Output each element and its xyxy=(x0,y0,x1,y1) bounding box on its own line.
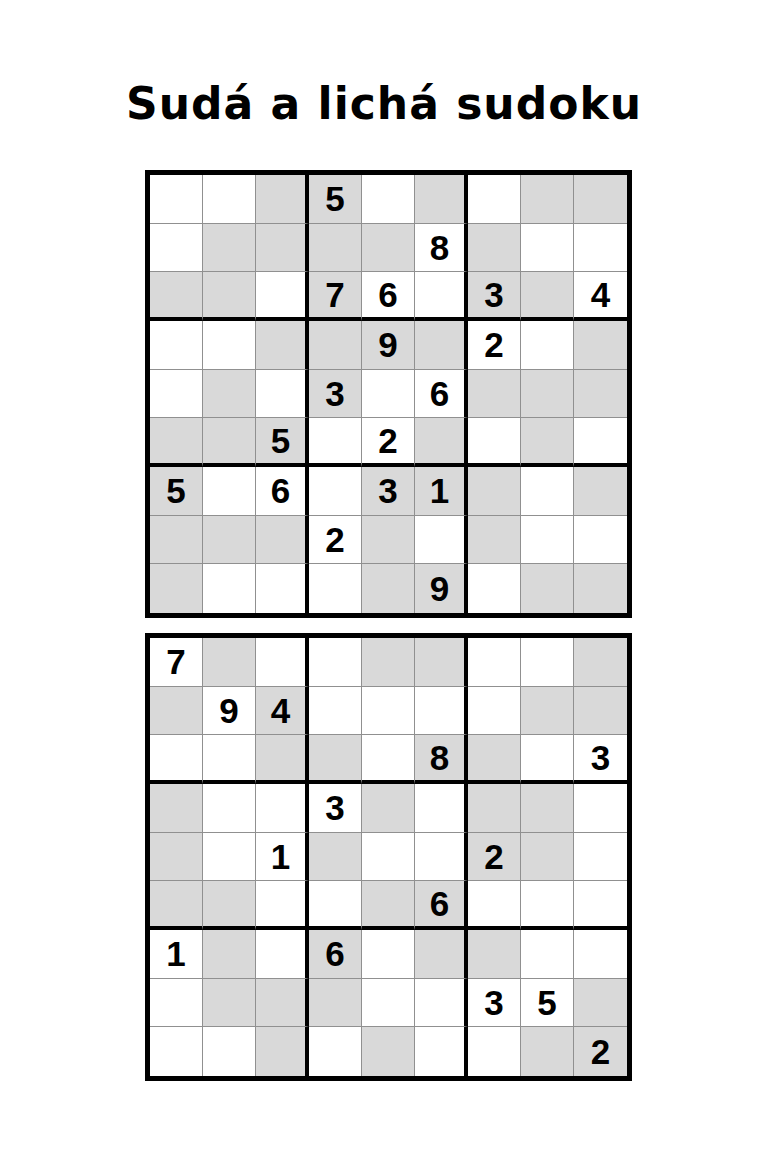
board2-given-r2c2: 9 xyxy=(203,687,256,736)
board2-given-r9c9: 2 xyxy=(574,1027,627,1076)
board2-cell-r2c6[interactable] xyxy=(415,687,468,736)
board2-given-r5c3: 1 xyxy=(256,833,309,882)
board1-cell-r8c9[interactable] xyxy=(574,516,627,565)
board2-cell-r6c8[interactable] xyxy=(521,881,574,930)
board1-cell-r5c9[interactable] xyxy=(574,370,627,419)
board2-cell-r4c2[interactable] xyxy=(203,784,256,833)
board2-cell-r8c4[interactable] xyxy=(309,979,362,1028)
board1-cell-r2c3[interactable] xyxy=(256,224,309,273)
board1-cell-r2c4[interactable] xyxy=(309,224,362,273)
board1-cell-r8c6[interactable] xyxy=(415,516,468,565)
board2-cell-r7c8[interactable] xyxy=(521,930,574,979)
board2-cell-r3c4[interactable] xyxy=(309,735,362,784)
board2-cell-r3c3[interactable] xyxy=(256,735,309,784)
board1-cell-r6c6[interactable] xyxy=(415,418,468,467)
board1-given-r7c3: 6 xyxy=(256,467,309,516)
board1-given-r3c7: 3 xyxy=(468,272,521,321)
board2-cell-r4c5[interactable] xyxy=(362,784,415,833)
board2-cell-r7c5[interactable] xyxy=(362,930,415,979)
board1-cell-r9c7[interactable] xyxy=(468,564,521,613)
board1-cell-r4c2[interactable] xyxy=(203,321,256,370)
board2-cell-r1c2[interactable] xyxy=(203,638,256,687)
board1-cell-r3c3[interactable] xyxy=(256,272,309,321)
board2-cell-r8c3[interactable] xyxy=(256,979,309,1028)
board2-cell-r2c1[interactable] xyxy=(150,687,203,736)
board1-cell-r7c9[interactable] xyxy=(574,467,627,516)
board2-given-r7c1: 1 xyxy=(150,930,203,979)
board1-cell-r6c9[interactable] xyxy=(574,418,627,467)
board2-cell-r4c9[interactable] xyxy=(574,784,627,833)
board2-cell-r9c3[interactable] xyxy=(256,1027,309,1076)
board2-cell-r9c1[interactable] xyxy=(150,1027,203,1076)
board2-cell-r3c2[interactable] xyxy=(203,735,256,784)
board1-cell-r8c7[interactable] xyxy=(468,516,521,565)
board1-given-r5c4: 3 xyxy=(309,370,362,419)
board2-cell-r5c9[interactable] xyxy=(574,833,627,882)
board2-cell-r1c4[interactable] xyxy=(309,638,362,687)
board2-cell-r8c6[interactable] xyxy=(415,979,468,1028)
board1-cell-r9c3[interactable] xyxy=(256,564,309,613)
board2-cell-r8c9[interactable] xyxy=(574,979,627,1028)
board1-cell-r2c2[interactable] xyxy=(203,224,256,273)
board1-cell-r8c8[interactable] xyxy=(521,516,574,565)
board2-cell-r6c9[interactable] xyxy=(574,881,627,930)
board2-cell-r3c8[interactable] xyxy=(521,735,574,784)
board1-cell-r8c3[interactable] xyxy=(256,516,309,565)
board1-cell-r1c7[interactable] xyxy=(468,175,521,224)
board1-cell-r4c9[interactable] xyxy=(574,321,627,370)
board2-cell-r9c5[interactable] xyxy=(362,1027,415,1076)
page-title: Sudá a lichá sudoku xyxy=(0,78,768,129)
board1-given-r3c4: 7 xyxy=(309,272,362,321)
board2-cell-r7c7[interactable] xyxy=(468,930,521,979)
board1-cell-r6c4[interactable] xyxy=(309,418,362,467)
board2-given-r3c6: 8 xyxy=(415,735,468,784)
board2-cell-r6c3[interactable] xyxy=(256,881,309,930)
board1-cell-r1c8[interactable] xyxy=(521,175,574,224)
board1-cell-r1c2[interactable] xyxy=(203,175,256,224)
board1-cell-r5c8[interactable] xyxy=(521,370,574,419)
board1-cell-r8c1[interactable] xyxy=(150,516,203,565)
board1-cell-r6c1[interactable] xyxy=(150,418,203,467)
board2-cell-r9c4[interactable] xyxy=(309,1027,362,1076)
board1-given-r7c6: 1 xyxy=(415,467,468,516)
board1-cell-r3c6[interactable] xyxy=(415,272,468,321)
sudoku-board-1: 587634923652563129 xyxy=(145,170,632,618)
board1-cell-r2c5[interactable] xyxy=(362,224,415,273)
board1-given-r9c6: 9 xyxy=(415,564,468,613)
board1-given-r2c6: 8 xyxy=(415,224,468,273)
board1-given-r5c6: 6 xyxy=(415,370,468,419)
board2-cell-r4c3[interactable] xyxy=(256,784,309,833)
board2-cell-r1c3[interactable] xyxy=(256,638,309,687)
board2-given-r3c9: 3 xyxy=(574,735,627,784)
board2-cell-r1c6[interactable] xyxy=(415,638,468,687)
board2-cell-r8c1[interactable] xyxy=(150,979,203,1028)
board1-cell-r1c1[interactable] xyxy=(150,175,203,224)
board2-cell-r6c4[interactable] xyxy=(309,881,362,930)
board1-cell-r4c4[interactable] xyxy=(309,321,362,370)
board1-cell-r7c7[interactable] xyxy=(468,467,521,516)
board1-cell-r9c5[interactable] xyxy=(362,564,415,613)
board2-cell-r3c7[interactable] xyxy=(468,735,521,784)
board1-cell-r3c1[interactable] xyxy=(150,272,203,321)
board2-cell-r3c1[interactable] xyxy=(150,735,203,784)
board2-cell-r1c5[interactable] xyxy=(362,638,415,687)
board1-cell-r9c9[interactable] xyxy=(574,564,627,613)
board2-given-r8c8: 5 xyxy=(521,979,574,1028)
board2-cell-r2c9[interactable] xyxy=(574,687,627,736)
board1-cell-r1c9[interactable] xyxy=(574,175,627,224)
board2-cell-r7c6[interactable] xyxy=(415,930,468,979)
board2-cell-r4c6[interactable] xyxy=(415,784,468,833)
board2-cell-r5c2[interactable] xyxy=(203,833,256,882)
board2-cell-r5c1[interactable] xyxy=(150,833,203,882)
board2-cell-r8c5[interactable] xyxy=(362,979,415,1028)
board2-cell-r4c8[interactable] xyxy=(521,784,574,833)
board1-cell-r2c1[interactable] xyxy=(150,224,203,273)
board2-cell-r4c1[interactable] xyxy=(150,784,203,833)
board1-cell-r5c7[interactable] xyxy=(468,370,521,419)
board2-given-r5c7: 2 xyxy=(468,833,521,882)
sudoku-board-2: 79483312616352 xyxy=(145,633,632,1081)
board2-cell-r9c6[interactable] xyxy=(415,1027,468,1076)
page: Sudá a lichá sudoku 587634923652563129 7… xyxy=(0,0,768,1165)
board2-cell-r7c9[interactable] xyxy=(574,930,627,979)
board1-cell-r4c6[interactable] xyxy=(415,321,468,370)
board1-given-r7c5: 3 xyxy=(362,467,415,516)
board1-cell-r9c8[interactable] xyxy=(521,564,574,613)
board2-given-r4c4: 3 xyxy=(309,784,362,833)
board2-given-r8c7: 3 xyxy=(468,979,521,1028)
board1-cell-r9c4[interactable] xyxy=(309,564,362,613)
board1-cell-r4c8[interactable] xyxy=(521,321,574,370)
board2-cell-r6c1[interactable] xyxy=(150,881,203,930)
board2-cell-r9c2[interactable] xyxy=(203,1027,256,1076)
board1-cell-r7c2[interactable] xyxy=(203,467,256,516)
board1-cell-r5c3[interactable] xyxy=(256,370,309,419)
board1-cell-r2c8[interactable] xyxy=(521,224,574,273)
board2-cell-r9c7[interactable] xyxy=(468,1027,521,1076)
board2-cell-r4c7[interactable] xyxy=(468,784,521,833)
board2-cell-r1c9[interactable] xyxy=(574,638,627,687)
board2-cell-r2c7[interactable] xyxy=(468,687,521,736)
board1-cell-r6c7[interactable] xyxy=(468,418,521,467)
board1-given-r8c4: 2 xyxy=(309,516,362,565)
board2-cell-r6c7[interactable] xyxy=(468,881,521,930)
board2-given-r2c3: 4 xyxy=(256,687,309,736)
board1-cell-r7c4[interactable] xyxy=(309,467,362,516)
board1-cell-r9c1[interactable] xyxy=(150,564,203,613)
board1-given-r6c3: 5 xyxy=(256,418,309,467)
board2-cell-r1c7[interactable] xyxy=(468,638,521,687)
board1-given-r4c7: 2 xyxy=(468,321,521,370)
board1-given-r3c5: 6 xyxy=(362,272,415,321)
board1-given-r3c9: 4 xyxy=(574,272,627,321)
board2-cell-r5c4[interactable] xyxy=(309,833,362,882)
board1-given-r1c4: 5 xyxy=(309,175,362,224)
board2-given-r6c6: 6 xyxy=(415,881,468,930)
board1-cell-r1c6[interactable] xyxy=(415,175,468,224)
board1-cell-r1c3[interactable] xyxy=(256,175,309,224)
board1-cell-r3c8[interactable] xyxy=(521,272,574,321)
board1-cell-r4c1[interactable] xyxy=(150,321,203,370)
board1-cell-r8c5[interactable] xyxy=(362,516,415,565)
board2-cell-r6c2[interactable] xyxy=(203,881,256,930)
board2-cell-r2c5[interactable] xyxy=(362,687,415,736)
board1-given-r6c5: 2 xyxy=(362,418,415,467)
board2-cell-r2c8[interactable] xyxy=(521,687,574,736)
board2-cell-r6c5[interactable] xyxy=(362,881,415,930)
board1-cell-r5c5[interactable] xyxy=(362,370,415,419)
board1-cell-r6c2[interactable] xyxy=(203,418,256,467)
board2-given-r1c1: 7 xyxy=(150,638,203,687)
board1-cell-r5c2[interactable] xyxy=(203,370,256,419)
board2-cell-r7c3[interactable] xyxy=(256,930,309,979)
board1-given-r7c1: 5 xyxy=(150,467,203,516)
board1-given-r4c5: 9 xyxy=(362,321,415,370)
board2-cell-r9c8[interactable] xyxy=(521,1027,574,1076)
board2-cell-r3c5[interactable] xyxy=(362,735,415,784)
board2-cell-r2c4[interactable] xyxy=(309,687,362,736)
board2-cell-r5c6[interactable] xyxy=(415,833,468,882)
board1-cell-r6c8[interactable] xyxy=(521,418,574,467)
board2-cell-r1c8[interactable] xyxy=(521,638,574,687)
board1-cell-r2c9[interactable] xyxy=(574,224,627,273)
board2-cell-r5c8[interactable] xyxy=(521,833,574,882)
board1-cell-r3c2[interactable] xyxy=(203,272,256,321)
board1-cell-r2c7[interactable] xyxy=(468,224,521,273)
board1-cell-r5c1[interactable] xyxy=(150,370,203,419)
board1-cell-r1c5[interactable] xyxy=(362,175,415,224)
board2-given-r7c4: 6 xyxy=(309,930,362,979)
board2-cell-r7c2[interactable] xyxy=(203,930,256,979)
board2-cell-r8c2[interactable] xyxy=(203,979,256,1028)
board1-cell-r7c8[interactable] xyxy=(521,467,574,516)
board2-cell-r5c5[interactable] xyxy=(362,833,415,882)
board1-cell-r9c2[interactable] xyxy=(203,564,256,613)
board1-cell-r4c3[interactable] xyxy=(256,321,309,370)
board1-cell-r8c2[interactable] xyxy=(203,516,256,565)
